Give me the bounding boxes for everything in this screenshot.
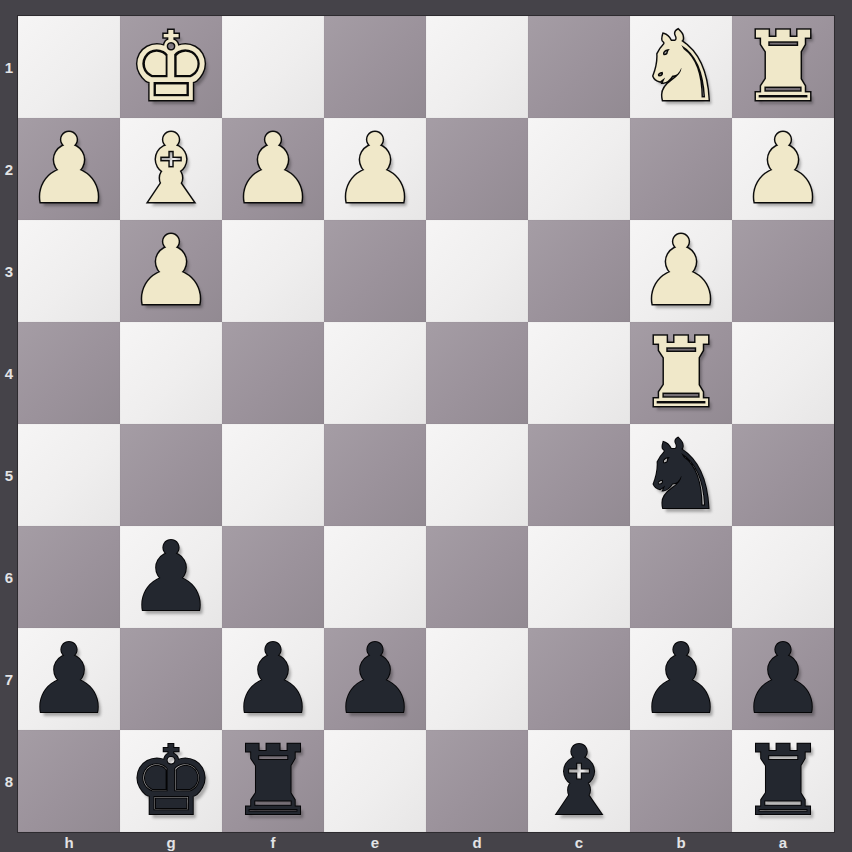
piece-black-rook[interactable]: ♜ — [230, 730, 316, 832]
square-a1[interactable]: ♜ — [732, 16, 834, 118]
square-b4[interactable]: ♜ — [630, 322, 732, 424]
square-f2[interactable]: ♟ — [222, 118, 324, 220]
square-h2[interactable]: ♟ — [18, 118, 120, 220]
piece-black-king[interactable]: ♚ — [128, 730, 214, 832]
piece-black-rook[interactable]: ♜ — [740, 730, 826, 832]
file-label-b: b — [630, 832, 732, 852]
piece-black-pawn[interactable]: ♟ — [332, 628, 418, 730]
square-d2[interactable] — [426, 118, 528, 220]
file-label-c: c — [528, 832, 630, 852]
square-b8[interactable] — [630, 730, 732, 832]
piece-white-pawn[interactable]: ♟ — [740, 118, 826, 220]
square-b3[interactable]: ♟ — [630, 220, 732, 322]
square-h6[interactable] — [18, 526, 120, 628]
piece-black-bishop[interactable]: ♝ — [536, 730, 622, 832]
piece-white-bishop[interactable]: ♝ — [128, 118, 214, 220]
file-label-f: f — [222, 832, 324, 852]
file-labels: hgfedcba — [18, 832, 834, 852]
square-d7[interactable] — [426, 628, 528, 730]
square-b2[interactable] — [630, 118, 732, 220]
piece-white-pawn[interactable]: ♟ — [332, 118, 418, 220]
square-d1[interactable] — [426, 16, 528, 118]
piece-black-pawn[interactable]: ♟ — [26, 628, 112, 730]
square-h1[interactable] — [18, 16, 120, 118]
square-b1[interactable]: ♞ — [630, 16, 732, 118]
square-a2[interactable]: ♟ — [732, 118, 834, 220]
square-b7[interactable]: ♟ — [630, 628, 732, 730]
square-b5[interactable]: ♞ — [630, 424, 732, 526]
square-a6[interactable] — [732, 526, 834, 628]
rank-label-8: 8 — [0, 730, 18, 832]
square-h3[interactable] — [18, 220, 120, 322]
square-g6[interactable]: ♟ — [120, 526, 222, 628]
square-d4[interactable] — [426, 322, 528, 424]
square-g3[interactable]: ♟ — [120, 220, 222, 322]
piece-black-pawn[interactable]: ♟ — [740, 628, 826, 730]
square-e8[interactable] — [324, 730, 426, 832]
file-label-h: h — [18, 832, 120, 852]
rank-labels: 12345678 — [0, 16, 18, 832]
rank-label-3: 3 — [0, 220, 18, 322]
piece-black-pawn[interactable]: ♟ — [128, 526, 214, 628]
piece-white-king[interactable]: ♚ — [128, 16, 214, 118]
chess-board-frame: 12345678 ♚♞♜♟♝♟♟♟♟♟♜♞♟♟♟♟♟♟♚♜♝♜ hgfedcba — [0, 0, 852, 852]
file-label-a: a — [732, 832, 834, 852]
file-label-g: g — [120, 832, 222, 852]
square-c5[interactable] — [528, 424, 630, 526]
square-f7[interactable]: ♟ — [222, 628, 324, 730]
square-a8[interactable]: ♜ — [732, 730, 834, 832]
square-e3[interactable] — [324, 220, 426, 322]
square-f6[interactable] — [222, 526, 324, 628]
square-e2[interactable]: ♟ — [324, 118, 426, 220]
square-h8[interactable] — [18, 730, 120, 832]
square-f5[interactable] — [222, 424, 324, 526]
square-d8[interactable] — [426, 730, 528, 832]
piece-white-pawn[interactable]: ♟ — [128, 220, 214, 322]
square-c3[interactable] — [528, 220, 630, 322]
square-d3[interactable] — [426, 220, 528, 322]
square-g8[interactable]: ♚ — [120, 730, 222, 832]
square-d6[interactable] — [426, 526, 528, 628]
piece-black-knight[interactable]: ♞ — [638, 424, 724, 526]
piece-black-pawn[interactable]: ♟ — [230, 628, 316, 730]
square-f4[interactable] — [222, 322, 324, 424]
square-c8[interactable]: ♝ — [528, 730, 630, 832]
square-c2[interactable] — [528, 118, 630, 220]
piece-white-rook[interactable]: ♜ — [740, 16, 826, 118]
square-a3[interactable] — [732, 220, 834, 322]
piece-white-pawn[interactable]: ♟ — [638, 220, 724, 322]
square-f1[interactable] — [222, 16, 324, 118]
file-label-d: d — [426, 832, 528, 852]
square-g4[interactable] — [120, 322, 222, 424]
square-a5[interactable] — [732, 424, 834, 526]
square-d5[interactable] — [426, 424, 528, 526]
rank-label-6: 6 — [0, 526, 18, 628]
square-c4[interactable] — [528, 322, 630, 424]
rank-label-4: 4 — [0, 322, 18, 424]
square-f3[interactable] — [222, 220, 324, 322]
square-g5[interactable] — [120, 424, 222, 526]
piece-white-pawn[interactable]: ♟ — [26, 118, 112, 220]
file-label-e: e — [324, 832, 426, 852]
square-g7[interactable] — [120, 628, 222, 730]
square-e5[interactable] — [324, 424, 426, 526]
board: ♚♞♜♟♝♟♟♟♟♟♜♞♟♟♟♟♟♟♚♜♝♜ — [18, 16, 834, 832]
square-a4[interactable] — [732, 322, 834, 424]
square-g2[interactable]: ♝ — [120, 118, 222, 220]
square-c7[interactable] — [528, 628, 630, 730]
piece-white-rook[interactable]: ♜ — [638, 322, 724, 424]
square-e4[interactable] — [324, 322, 426, 424]
square-b6[interactable] — [630, 526, 732, 628]
square-h7[interactable]: ♟ — [18, 628, 120, 730]
square-e1[interactable] — [324, 16, 426, 118]
square-e6[interactable] — [324, 526, 426, 628]
square-c6[interactable] — [528, 526, 630, 628]
piece-white-knight[interactable]: ♞ — [638, 16, 724, 118]
piece-white-pawn[interactable]: ♟ — [230, 118, 316, 220]
square-c1[interactable] — [528, 16, 630, 118]
square-h5[interactable] — [18, 424, 120, 526]
square-h4[interactable] — [18, 322, 120, 424]
square-e7[interactable]: ♟ — [324, 628, 426, 730]
square-f8[interactable]: ♜ — [222, 730, 324, 832]
rank-label-5: 5 — [0, 424, 18, 526]
rank-label-2: 2 — [0, 118, 18, 220]
piece-black-pawn[interactable]: ♟ — [638, 628, 724, 730]
rank-label-1: 1 — [0, 16, 18, 118]
rank-label-7: 7 — [0, 628, 18, 730]
square-a7[interactable]: ♟ — [732, 628, 834, 730]
square-g1[interactable]: ♚ — [120, 16, 222, 118]
